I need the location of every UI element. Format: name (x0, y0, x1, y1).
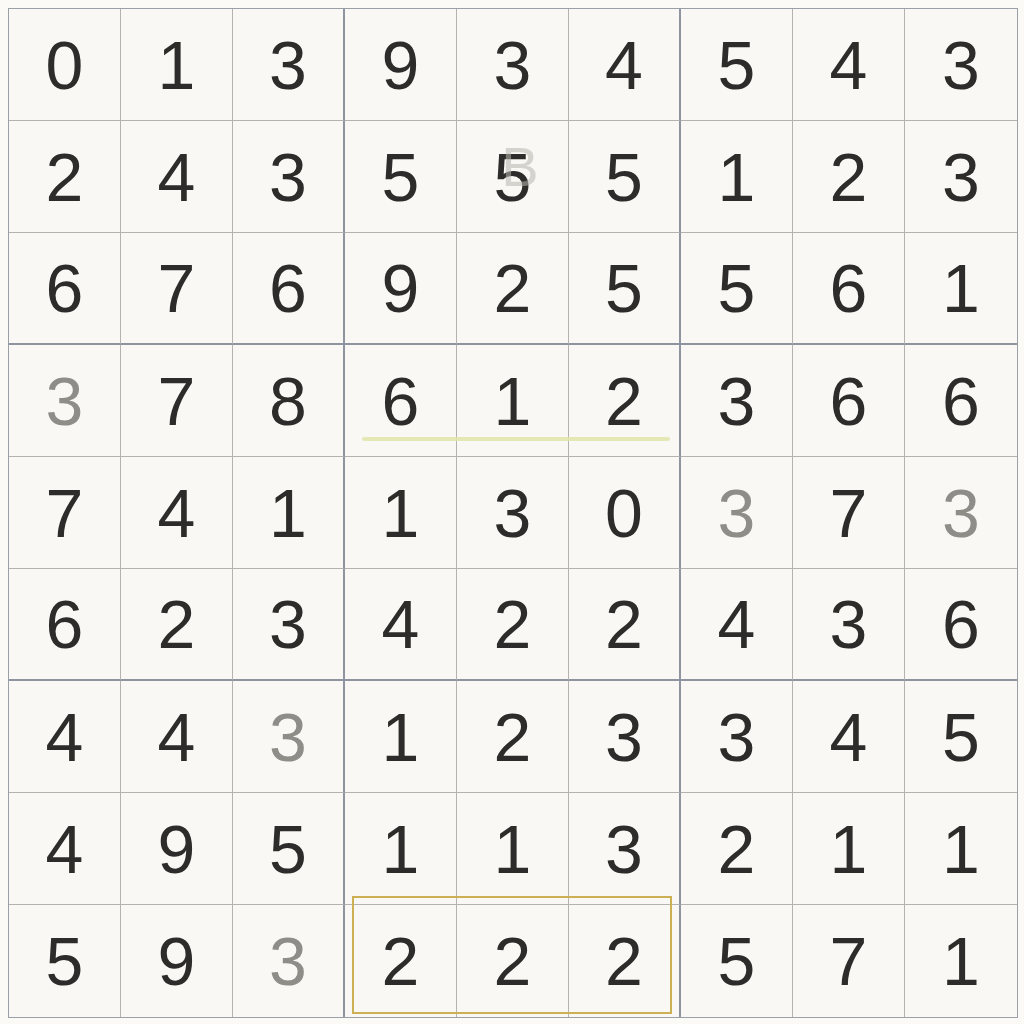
cell-r2c8[interactable]: 2 (793, 121, 905, 233)
cell-r3c8[interactable]: 6 (793, 233, 905, 345)
cell-r3c5[interactable]: 2 (457, 233, 569, 345)
cell-r8c1[interactable]: 4 (9, 793, 121, 905)
row9-center-highlight-box (352, 896, 672, 1014)
cell-r8c3[interactable]: 5 (233, 793, 345, 905)
cell-r2c1[interactable]: 2 (9, 121, 121, 233)
cell-r5c4[interactable]: 1 (345, 457, 457, 569)
cell-r6c3[interactable]: 3 (233, 569, 345, 681)
cell-r2c2[interactable]: 4 (121, 121, 233, 233)
cell-r4c7[interactable]: 3 (681, 345, 793, 457)
cell-r2c6[interactable]: 5 (569, 121, 681, 233)
cell-r2c3[interactable]: 3 (233, 121, 345, 233)
cell-r8c5[interactable]: 1 (457, 793, 569, 905)
cell-r6c9[interactable]: 6 (905, 569, 1017, 681)
cell-r9c3[interactable]: 3 (233, 905, 345, 1017)
cell-r1c8[interactable]: 4 (793, 9, 905, 121)
cell-r1c2[interactable]: 1 (121, 9, 233, 121)
cell-r4c1[interactable]: 3 (9, 345, 121, 457)
cell-r3c6[interactable]: 5 (569, 233, 681, 345)
cell-r7c3[interactable]: 3 (233, 681, 345, 793)
cell-r4c9[interactable]: 6 (905, 345, 1017, 457)
cell-r8c8[interactable]: 1 (793, 793, 905, 905)
cell-r2c9[interactable]: 3 (905, 121, 1017, 233)
cell-r7c8[interactable]: 4 (793, 681, 905, 793)
cell-r3c4[interactable]: 9 (345, 233, 457, 345)
cell-r5c5[interactable]: 3 (457, 457, 569, 569)
cell-r1c9[interactable]: 3 (905, 9, 1017, 121)
cell-r3c1[interactable]: 6 (9, 233, 121, 345)
cell-r2c7[interactable]: 1 (681, 121, 793, 233)
cell-r6c6[interactable]: 2 (569, 569, 681, 681)
cell-r8c9[interactable]: 1 (905, 793, 1017, 905)
cell-r6c1[interactable]: 6 (9, 569, 121, 681)
cell-r6c4[interactable]: 4 (345, 569, 457, 681)
cell-r3c3[interactable]: 6 (233, 233, 345, 345)
cell-r8c6[interactable]: 3 (569, 793, 681, 905)
cell-r2c4[interactable]: 5 (345, 121, 457, 233)
cell-r8c2[interactable]: 9 (121, 793, 233, 905)
cell-r8c4[interactable]: 1 (345, 793, 457, 905)
cell-r9c7[interactable]: 5 (681, 905, 793, 1017)
cell-r7c6[interactable]: 3 (569, 681, 681, 793)
row4-center-underline (362, 437, 670, 441)
cell-r3c2[interactable]: 7 (121, 233, 233, 345)
cell-r1c4[interactable]: 9 (345, 9, 457, 121)
ghost-character: B (501, 138, 538, 194)
cell-r2c5[interactable]: 5B (457, 121, 569, 233)
cell-r5c8[interactable]: 7 (793, 457, 905, 569)
cell-r9c1[interactable]: 5 (9, 905, 121, 1017)
cell-r4c2[interactable]: 7 (121, 345, 233, 457)
cell-r4c8[interactable]: 6 (793, 345, 905, 457)
cell-r9c2[interactable]: 9 (121, 905, 233, 1017)
cell-r1c3[interactable]: 3 (233, 9, 345, 121)
cell-r7c7[interactable]: 3 (681, 681, 793, 793)
cell-r9c8[interactable]: 7 (793, 905, 905, 1017)
cell-r5c3[interactable]: 1 (233, 457, 345, 569)
cell-r6c7[interactable]: 4 (681, 569, 793, 681)
cell-r6c2[interactable]: 2 (121, 569, 233, 681)
cell-r1c6[interactable]: 4 (569, 9, 681, 121)
cell-r7c2[interactable]: 4 (121, 681, 233, 793)
cell-r3c7[interactable]: 5 (681, 233, 793, 345)
cell-r7c5[interactable]: 2 (457, 681, 569, 793)
cell-r8c7[interactable]: 2 (681, 793, 793, 905)
cell-r6c8[interactable]: 3 (793, 569, 905, 681)
cell-r3c9[interactable]: 1 (905, 233, 1017, 345)
cell-r5c9[interactable]: 3 (905, 457, 1017, 569)
cell-r7c9[interactable]: 5 (905, 681, 1017, 793)
cell-r4c3[interactable]: 8 (233, 345, 345, 457)
cell-r6c5[interactable]: 2 (457, 569, 569, 681)
cell-r1c7[interactable]: 5 (681, 9, 793, 121)
cell-r5c2[interactable]: 4 (121, 457, 233, 569)
cell-r5c7[interactable]: 3 (681, 457, 793, 569)
cell-r1c1[interactable]: 0 (9, 9, 121, 121)
cell-r5c1[interactable]: 7 (9, 457, 121, 569)
cell-r7c4[interactable]: 1 (345, 681, 457, 793)
cell-r5c6[interactable]: 0 (569, 457, 681, 569)
board: 01393454324355B5123676925561378612366741… (8, 8, 1018, 1018)
cell-r9c9[interactable]: 1 (905, 905, 1017, 1017)
puzzle-page: 01393454324355B5123676925561378612366741… (0, 0, 1024, 1024)
cell-r1c5[interactable]: 3 (457, 9, 569, 121)
cell-r7c1[interactable]: 4 (9, 681, 121, 793)
